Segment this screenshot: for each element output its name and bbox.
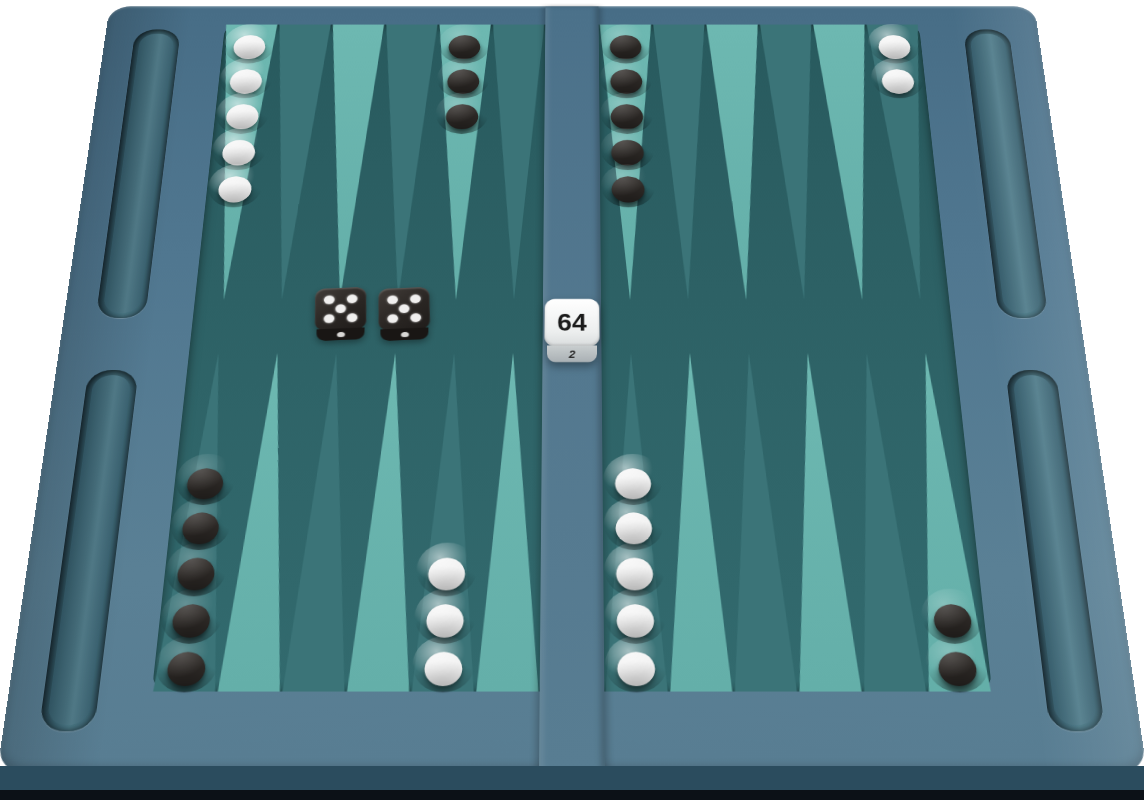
die-1-top-face [315,287,367,331]
playing-field: ●●●●● ●●● ●●●●● ●● ●●●●● [152,25,992,692]
point-19[interactable]: ●●●●● [599,25,659,300]
board-perspective-wrap: ●●●●● ●●● ●●●●● ●● ●●●●● [0,6,1144,772]
bear-off-tray-right-bottom[interactable] [1005,370,1105,731]
checker-black[interactable]: ● [600,164,657,209]
checker-white[interactable]: ● [869,57,928,99]
checker-white[interactable]: ● [602,453,664,506]
bear-off-tray-left-bottom[interactable] [39,370,139,731]
die-pip [335,304,346,313]
doubling-cube-top-face: 64 [544,299,599,346]
checker-black[interactable]: ● [918,588,987,645]
checker-white[interactable]: ● [205,164,266,209]
checker-black[interactable]: ● [172,453,238,506]
die-2-top-face [378,287,430,331]
checker-white[interactable]: ● [414,542,478,597]
doubling-cube-front-face: 2 [547,346,597,363]
die-pip [347,294,358,303]
bear-off-tray-right-top[interactable] [963,29,1048,318]
die-1[interactable] [315,287,367,344]
die-pip [410,294,421,303]
point-18[interactable] [485,25,545,300]
point-7[interactable] [475,353,543,692]
point-triangle [485,25,545,300]
die-2[interactable] [378,287,430,344]
dice-group [313,288,431,343]
die-pip [337,332,345,337]
backgammon-board-screenshot: ●●●●● ●●● ●●●●● ●● ●●●●● [0,0,1144,800]
center-bar[interactable] [539,6,605,772]
board-front-edge [0,766,1144,792]
point-6[interactable]: ●●●●● [601,353,669,692]
die-pip [323,314,334,323]
die-pip [411,313,422,322]
checker-black[interactable]: ● [434,92,490,135]
board-front-shadow [0,790,1144,800]
die-pip [387,314,398,323]
point-24-stack: ●● [865,23,927,99]
die-2-front-face [380,327,428,341]
point-6-stack: ●●●●● [602,453,669,693]
point-17-stack: ●●● [434,23,492,134]
die-1-front-face [316,327,364,341]
die-pip [400,332,408,337]
point-17[interactable]: ●●● [427,25,492,300]
point-8-stack: ●●● [410,542,479,694]
doubling-cube[interactable]: 64 2 [544,299,599,362]
die-pip [399,304,410,313]
die-pip [387,295,398,304]
point-19-stack: ●●●●● [599,23,657,208]
bear-off-tray-left-top[interactable] [96,29,181,318]
point-triangle [475,353,543,692]
die-pip [324,295,335,304]
board-frame: ●●●●● ●●● ●●●●● ●● ●●●●● [0,6,1144,772]
die-pip [347,313,358,322]
point-1-stack: ●● [918,588,992,693]
